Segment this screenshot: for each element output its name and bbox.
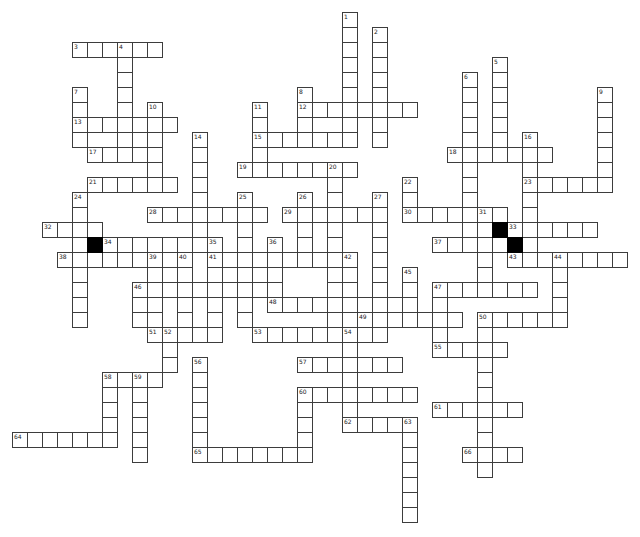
grid-cell[interactable]: 7 (72, 87, 88, 103)
grid-cell[interactable] (492, 207, 508, 223)
grid-cell[interactable] (87, 117, 103, 133)
grid-cell[interactable] (477, 237, 493, 253)
grid-cell[interactable] (207, 312, 223, 328)
grid-cell[interactable]: 65 (192, 447, 208, 463)
grid-cell[interactable] (462, 177, 478, 193)
grid-cell[interactable] (582, 252, 598, 268)
grid-cell[interactable] (117, 147, 133, 163)
grid-cell[interactable] (537, 177, 553, 193)
grid-cell[interactable] (387, 387, 403, 403)
grid-cell[interactable]: 4 (117, 42, 133, 58)
grid-cell[interactable] (402, 432, 418, 448)
grid-cell[interactable] (192, 177, 208, 193)
grid-cell[interactable] (357, 387, 373, 403)
grid-cell[interactable] (372, 357, 388, 373)
grid-cell[interactable] (72, 312, 88, 328)
grid-cell[interactable] (132, 42, 148, 58)
grid-cell[interactable] (192, 162, 208, 178)
grid-cell[interactable] (567, 252, 583, 268)
grid-cell[interactable] (372, 117, 388, 133)
grid-cell[interactable] (192, 372, 208, 388)
grid-cell[interactable] (282, 132, 298, 148)
grid-cell[interactable] (177, 237, 193, 253)
grid-cell[interactable] (132, 117, 148, 133)
grid-cell[interactable] (267, 282, 283, 298)
grid-cell[interactable]: 44 (552, 252, 568, 268)
grid-cell[interactable] (447, 402, 463, 418)
grid-cell[interactable] (162, 282, 178, 298)
grid-cell[interactable] (477, 252, 493, 268)
grid-cell[interactable]: 43 (507, 252, 523, 268)
grid-cell[interactable] (237, 447, 253, 463)
grid-cell[interactable]: 29 (282, 207, 298, 223)
grid-cell[interactable] (462, 237, 478, 253)
grid-cell[interactable] (147, 372, 163, 388)
grid-cell[interactable] (477, 222, 493, 238)
grid-cell[interactable]: 66 (462, 447, 478, 463)
grid-cell[interactable] (462, 207, 478, 223)
grid-cell[interactable] (132, 177, 148, 193)
grid-cell[interactable] (132, 297, 148, 313)
grid-cell[interactable] (582, 222, 598, 238)
grid-cell[interactable]: 1 (342, 12, 358, 28)
grid-cell[interactable] (342, 57, 358, 73)
grid-cell[interactable] (72, 432, 88, 448)
grid-cell[interactable]: 47 (432, 282, 448, 298)
grid-cell[interactable] (342, 372, 358, 388)
grid-cell[interactable] (597, 132, 613, 148)
grid-cell[interactable] (87, 432, 103, 448)
grid-cell[interactable] (72, 282, 88, 298)
grid-cell[interactable] (327, 282, 343, 298)
grid-cell[interactable] (297, 132, 313, 148)
grid-cell[interactable] (312, 132, 328, 148)
grid-cell[interactable] (267, 327, 283, 343)
grid-cell[interactable] (387, 102, 403, 118)
grid-cell[interactable] (237, 297, 253, 313)
grid-cell[interactable] (102, 42, 118, 58)
grid-cell[interactable] (327, 297, 343, 313)
grid-cell[interactable] (102, 402, 118, 418)
grid-cell[interactable]: 59 (132, 372, 148, 388)
grid-cell[interactable] (402, 492, 418, 508)
grid-cell[interactable] (342, 42, 358, 58)
grid-cell[interactable] (372, 207, 388, 223)
grid-cell[interactable]: 14 (192, 132, 208, 148)
grid-cell[interactable] (117, 177, 133, 193)
grid-cell[interactable]: 30 (402, 207, 418, 223)
grid-cell[interactable]: 48 (267, 297, 283, 313)
grid-cell[interactable] (432, 327, 448, 343)
grid-cell[interactable] (312, 357, 328, 373)
grid-cell[interactable] (447, 342, 463, 358)
grid-cell[interactable] (477, 372, 493, 388)
grid-cell[interactable] (192, 237, 208, 253)
grid-cell[interactable] (567, 222, 583, 238)
grid-cell[interactable] (342, 87, 358, 103)
grid-cell[interactable] (462, 117, 478, 133)
grid-cell[interactable] (252, 252, 268, 268)
grid-cell[interactable] (387, 357, 403, 373)
grid-cell[interactable] (372, 387, 388, 403)
grid-cell[interactable] (312, 207, 328, 223)
grid-cell[interactable] (417, 312, 433, 328)
grid-cell[interactable] (597, 177, 613, 193)
grid-cell[interactable] (237, 252, 253, 268)
grid-cell[interactable] (357, 357, 373, 373)
grid-cell[interactable] (282, 327, 298, 343)
grid-cell[interactable] (552, 312, 568, 328)
grid-cell[interactable] (492, 342, 508, 358)
grid-cell[interactable] (402, 297, 418, 313)
grid-cell[interactable]: 45 (402, 267, 418, 283)
grid-cell[interactable] (312, 327, 328, 343)
grid-cell[interactable] (462, 147, 478, 163)
grid-cell[interactable] (102, 417, 118, 433)
grid-cell[interactable] (192, 402, 208, 418)
grid-cell[interactable] (297, 402, 313, 418)
grid-cell[interactable] (372, 282, 388, 298)
grid-cell[interactable] (342, 102, 358, 118)
grid-cell[interactable]: 38 (57, 252, 73, 268)
grid-cell[interactable] (462, 162, 478, 178)
grid-cell[interactable] (117, 132, 133, 148)
grid-cell[interactable] (297, 297, 313, 313)
grid-cell[interactable] (537, 252, 553, 268)
grid-cell[interactable] (87, 42, 103, 58)
grid-cell[interactable] (147, 267, 163, 283)
grid-cell[interactable] (72, 252, 88, 268)
grid-cell[interactable] (492, 102, 508, 118)
grid-cell[interactable] (522, 312, 538, 328)
grid-cell[interactable] (477, 267, 493, 283)
grid-cell[interactable] (597, 117, 613, 133)
grid-cell[interactable] (282, 162, 298, 178)
grid-cell[interactable] (372, 42, 388, 58)
grid-cell[interactable] (462, 402, 478, 418)
grid-cell[interactable]: 49 (357, 312, 373, 328)
grid-cell[interactable] (522, 282, 538, 298)
grid-cell[interactable] (87, 222, 103, 238)
grid-cell[interactable] (282, 252, 298, 268)
grid-cell[interactable] (252, 117, 268, 133)
grid-cell[interactable]: 37 (432, 237, 448, 253)
grid-cell[interactable]: 10 (147, 102, 163, 118)
grid-cell[interactable] (432, 312, 448, 328)
grid-cell[interactable] (402, 507, 418, 523)
grid-cell[interactable] (192, 147, 208, 163)
grid-cell[interactable] (297, 117, 313, 133)
grid-cell[interactable] (237, 267, 253, 283)
grid-cell[interactable] (207, 207, 223, 223)
grid-cell[interactable]: 42 (342, 252, 358, 268)
grid-cell[interactable] (57, 432, 73, 448)
grid-cell[interactable] (327, 252, 343, 268)
grid-cell[interactable] (207, 297, 223, 313)
grid-cell[interactable]: 54 (342, 327, 358, 343)
grid-cell[interactable] (327, 102, 343, 118)
grid-cell[interactable] (477, 432, 493, 448)
grid-cell[interactable] (207, 267, 223, 283)
grid-cell[interactable] (357, 207, 373, 223)
grid-cell[interactable] (117, 372, 133, 388)
grid-cell[interactable] (372, 57, 388, 73)
grid-cell[interactable] (342, 132, 358, 148)
grid-cell[interactable] (297, 432, 313, 448)
grid-cell[interactable]: 58 (102, 372, 118, 388)
grid-cell[interactable] (177, 327, 193, 343)
grid-cell[interactable] (192, 192, 208, 208)
grid-cell[interactable] (162, 177, 178, 193)
grid-cell[interactable] (162, 252, 178, 268)
grid-cell[interactable] (522, 162, 538, 178)
grid-cell[interactable] (282, 297, 298, 313)
grid-cell[interactable]: 17 (87, 147, 103, 163)
grid-cell[interactable] (132, 417, 148, 433)
grid-cell[interactable] (342, 297, 358, 313)
grid-cell[interactable] (102, 147, 118, 163)
grid-cell[interactable] (357, 327, 373, 343)
grid-cell[interactable]: 51 (147, 327, 163, 343)
grid-cell[interactable] (237, 282, 253, 298)
grid-cell[interactable] (342, 117, 358, 133)
grid-cell[interactable] (72, 237, 88, 253)
grid-cell[interactable] (387, 312, 403, 328)
grid-cell[interactable] (447, 282, 463, 298)
grid-cell[interactable] (117, 117, 133, 133)
grid-cell[interactable] (597, 252, 613, 268)
grid-cell[interactable] (372, 237, 388, 253)
grid-cell[interactable] (312, 297, 328, 313)
grid-cell[interactable]: 40 (177, 252, 193, 268)
grid-cell[interactable] (402, 282, 418, 298)
grid-cell[interactable] (237, 207, 253, 223)
grid-cell[interactable] (372, 312, 388, 328)
grid-cell[interactable] (222, 282, 238, 298)
grid-cell[interactable] (117, 72, 133, 88)
grid-cell[interactable] (192, 417, 208, 433)
grid-cell[interactable] (597, 102, 613, 118)
grid-cell[interactable] (477, 357, 493, 373)
grid-cell[interactable]: 56 (192, 357, 208, 373)
grid-cell[interactable] (342, 162, 358, 178)
grid-cell[interactable] (492, 237, 508, 253)
grid-cell[interactable] (177, 297, 193, 313)
grid-cell[interactable] (372, 132, 388, 148)
grid-cell[interactable] (312, 387, 328, 403)
grid-cell[interactable] (252, 447, 268, 463)
grid-cell[interactable] (462, 282, 478, 298)
grid-cell[interactable]: 15 (252, 132, 268, 148)
grid-cell[interactable] (372, 252, 388, 268)
grid-cell[interactable] (147, 282, 163, 298)
grid-cell[interactable] (552, 222, 568, 238)
grid-cell[interactable] (597, 147, 613, 163)
grid-cell[interactable] (132, 237, 148, 253)
grid-cell[interactable] (477, 462, 493, 478)
grid-cell[interactable] (327, 192, 343, 208)
grid-cell[interactable] (102, 117, 118, 133)
grid-cell[interactable] (132, 402, 148, 418)
grid-cell[interactable] (492, 117, 508, 133)
grid-cell[interactable] (522, 207, 538, 223)
grid-cell[interactable] (207, 447, 223, 463)
grid-cell[interactable] (402, 477, 418, 493)
grid-cell[interactable] (552, 297, 568, 313)
grid-cell[interactable]: 12 (297, 102, 313, 118)
grid-cell[interactable] (147, 132, 163, 148)
grid-cell[interactable] (507, 147, 523, 163)
grid-cell[interactable] (432, 297, 448, 313)
grid-cell[interactable] (72, 297, 88, 313)
grid-cell[interactable] (342, 402, 358, 418)
grid-cell[interactable] (132, 252, 148, 268)
grid-cell[interactable] (372, 297, 388, 313)
grid-cell[interactable]: 28 (147, 207, 163, 223)
grid-cell[interactable]: 34 (102, 237, 118, 253)
grid-cell[interactable] (507, 402, 523, 418)
grid-cell[interactable]: 62 (342, 417, 358, 433)
grid-cell[interactable] (102, 252, 118, 268)
grid-cell[interactable]: 39 (147, 252, 163, 268)
grid-cell[interactable] (357, 417, 373, 433)
grid-cell[interactable] (297, 327, 313, 343)
grid-cell[interactable] (462, 222, 478, 238)
grid-cell[interactable] (72, 267, 88, 283)
grid-cell[interactable] (312, 252, 328, 268)
grid-cell[interactable] (522, 222, 538, 238)
grid-cell[interactable] (522, 147, 538, 163)
grid-cell[interactable] (477, 342, 493, 358)
grid-cell[interactable] (312, 102, 328, 118)
grid-cell[interactable]: 53 (252, 327, 268, 343)
grid-cell[interactable] (492, 132, 508, 148)
grid-cell[interactable] (342, 27, 358, 43)
grid-cell[interactable] (147, 177, 163, 193)
grid-cell[interactable] (372, 102, 388, 118)
grid-cell[interactable] (477, 402, 493, 418)
grid-cell[interactable]: 22 (402, 177, 418, 193)
grid-cell[interactable] (327, 177, 343, 193)
grid-cell[interactable] (162, 342, 178, 358)
grid-cell[interactable] (327, 327, 343, 343)
grid-cell[interactable] (372, 87, 388, 103)
grid-cell[interactable] (342, 357, 358, 373)
grid-cell[interactable] (132, 147, 148, 163)
grid-cell[interactable] (117, 237, 133, 253)
grid-cell[interactable]: 46 (132, 282, 148, 298)
grid-cell[interactable] (162, 117, 178, 133)
grid-cell[interactable] (522, 192, 538, 208)
grid-cell[interactable] (372, 327, 388, 343)
grid-cell[interactable]: 31 (477, 207, 493, 223)
grid-cell[interactable] (147, 237, 163, 253)
grid-cell[interactable] (237, 222, 253, 238)
grid-cell[interactable] (477, 447, 493, 463)
grid-cell[interactable] (447, 312, 463, 328)
grid-cell[interactable] (117, 57, 133, 73)
grid-cell[interactable] (27, 432, 43, 448)
grid-cell[interactable]: 32 (42, 222, 58, 238)
grid-cell[interactable] (147, 117, 163, 133)
grid-cell[interactable]: 64 (12, 432, 28, 448)
grid-cell[interactable] (522, 252, 538, 268)
grid-cell[interactable]: 57 (297, 357, 313, 373)
grid-cell[interactable] (492, 72, 508, 88)
grid-cell[interactable]: 19 (237, 162, 253, 178)
grid-cell[interactable] (462, 192, 478, 208)
grid-cell[interactable] (372, 267, 388, 283)
grid-cell[interactable] (492, 312, 508, 328)
grid-cell[interactable] (492, 447, 508, 463)
grid-cell[interactable] (477, 417, 493, 433)
grid-cell[interactable] (297, 237, 313, 253)
grid-cell[interactable]: 26 (297, 192, 313, 208)
grid-cell[interactable] (192, 207, 208, 223)
grid-cell[interactable]: 52 (162, 327, 178, 343)
grid-cell[interactable] (132, 312, 148, 328)
grid-cell[interactable] (132, 447, 148, 463)
grid-cell[interactable] (342, 282, 358, 298)
grid-cell[interactable]: 11 (252, 102, 268, 118)
grid-cell[interactable] (462, 102, 478, 118)
grid-cell[interactable] (72, 132, 88, 148)
grid-cell[interactable] (387, 417, 403, 433)
grid-cell[interactable] (117, 252, 133, 268)
grid-cell[interactable] (102, 177, 118, 193)
grid-cell[interactable] (552, 177, 568, 193)
grid-cell[interactable] (402, 312, 418, 328)
grid-cell[interactable] (597, 162, 613, 178)
grid-cell[interactable] (267, 252, 283, 268)
grid-cell[interactable] (72, 207, 88, 223)
grid-cell[interactable] (582, 177, 598, 193)
grid-cell[interactable] (132, 432, 148, 448)
grid-cell[interactable] (462, 87, 478, 103)
grid-cell[interactable] (117, 102, 133, 118)
grid-cell[interactable] (297, 447, 313, 463)
grid-cell[interactable]: 63 (402, 417, 418, 433)
grid-cell[interactable] (342, 207, 358, 223)
grid-cell[interactable] (342, 387, 358, 403)
grid-cell[interactable] (267, 132, 283, 148)
grid-cell[interactable] (372, 417, 388, 433)
grid-cell[interactable] (357, 297, 373, 313)
grid-cell[interactable] (432, 207, 448, 223)
grid-cell[interactable] (87, 252, 103, 268)
grid-cell[interactable] (477, 327, 493, 343)
grid-cell[interactable]: 35 (207, 237, 223, 253)
grid-cell[interactable]: 3 (72, 42, 88, 58)
grid-cell[interactable] (402, 462, 418, 478)
grid-cell[interactable] (492, 87, 508, 103)
grid-cell[interactable] (222, 252, 238, 268)
grid-cell[interactable] (252, 162, 268, 178)
grid-cell[interactable] (522, 237, 538, 253)
grid-cell[interactable] (192, 282, 208, 298)
grid-cell[interactable] (42, 432, 58, 448)
grid-cell[interactable] (537, 222, 553, 238)
grid-cell[interactable] (267, 162, 283, 178)
grid-cell[interactable]: 8 (297, 87, 313, 103)
grid-cell[interactable] (177, 207, 193, 223)
grid-cell[interactable]: 55 (432, 342, 448, 358)
grid-cell[interactable] (312, 162, 328, 178)
grid-cell[interactable]: 60 (297, 387, 313, 403)
grid-cell[interactable]: 23 (522, 177, 538, 193)
grid-cell[interactable] (327, 222, 343, 238)
grid-cell[interactable] (147, 297, 163, 313)
